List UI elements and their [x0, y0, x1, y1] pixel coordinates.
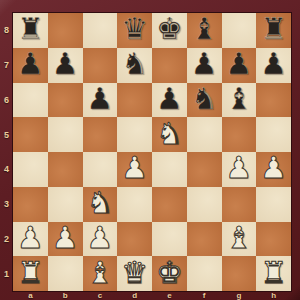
- square-h3[interactable]: [256, 187, 291, 222]
- square-f5[interactable]: [187, 117, 222, 152]
- square-e6[interactable]: ♟: [152, 83, 187, 118]
- square-c5[interactable]: [83, 117, 118, 152]
- square-a5[interactable]: [13, 117, 48, 152]
- square-d5[interactable]: [117, 117, 152, 152]
- square-e4[interactable]: [152, 152, 187, 187]
- square-e5[interactable]: ♞: [152, 117, 187, 152]
- square-a6[interactable]: [13, 83, 48, 118]
- square-g6[interactable]: ♝: [222, 83, 257, 118]
- square-f1[interactable]: [187, 256, 222, 291]
- piece-white-king[interactable]: ♚: [156, 256, 183, 289]
- square-e1[interactable]: ♚: [152, 256, 187, 291]
- rank-label-4: 4: [0, 152, 13, 187]
- square-c4[interactable]: [83, 152, 118, 187]
- file-label-b: b: [48, 290, 83, 300]
- rank-label-1: 1: [0, 256, 13, 291]
- file-label-d: d: [117, 290, 152, 300]
- piece-white-pawn[interactable]: ♟: [52, 222, 79, 255]
- piece-black-pawn[interactable]: ♟: [17, 48, 44, 81]
- square-b8[interactable]: [48, 13, 83, 48]
- square-c6[interactable]: ♟: [83, 83, 118, 118]
- square-d7[interactable]: ♞: [117, 48, 152, 83]
- piece-white-knight[interactable]: ♞: [156, 117, 183, 150]
- square-a4[interactable]: [13, 152, 48, 187]
- square-b1[interactable]: [48, 256, 83, 291]
- file-label-g: g: [222, 290, 257, 300]
- square-h4[interactable]: ♟: [256, 152, 291, 187]
- square-d4[interactable]: ♟: [117, 152, 152, 187]
- piece-black-rook[interactable]: ♜: [17, 13, 44, 46]
- square-b6[interactable]: [48, 83, 83, 118]
- piece-black-rook[interactable]: ♜: [260, 13, 287, 46]
- square-e2[interactable]: [152, 222, 187, 257]
- square-a8[interactable]: ♜: [13, 13, 48, 48]
- piece-black-pawn[interactable]: ♟: [52, 48, 79, 81]
- square-b3[interactable]: [48, 187, 83, 222]
- piece-black-pawn[interactable]: ♟: [86, 83, 113, 116]
- square-f8[interactable]: ♝: [187, 13, 222, 48]
- square-f6[interactable]: ♞: [187, 83, 222, 118]
- piece-white-pawn[interactable]: ♟: [225, 152, 252, 185]
- piece-white-bishop[interactable]: ♝: [86, 256, 113, 289]
- square-c3[interactable]: ♞: [83, 187, 118, 222]
- square-h8[interactable]: ♜: [256, 13, 291, 48]
- square-g2[interactable]: ♝: [222, 222, 257, 257]
- square-a3[interactable]: [13, 187, 48, 222]
- rank-label-3: 3: [0, 187, 13, 222]
- chess-board: ♜♛♚♝♜♟♟♞♟♟♟♟♟♞♝♞♟♟♟♞♟♟♟♝♜♝♛♚♜: [13, 13, 291, 291]
- square-d8[interactable]: ♛: [117, 13, 152, 48]
- piece-white-queen[interactable]: ♛: [121, 256, 148, 289]
- square-d3[interactable]: [117, 187, 152, 222]
- square-c1[interactable]: ♝: [83, 256, 118, 291]
- square-e3[interactable]: [152, 187, 187, 222]
- square-h6[interactable]: [256, 83, 291, 118]
- square-g4[interactable]: ♟: [222, 152, 257, 187]
- rank-label-8: 8: [0, 13, 13, 48]
- piece-white-pawn[interactable]: ♟: [260, 152, 287, 185]
- piece-white-knight[interactable]: ♞: [86, 187, 113, 220]
- square-d2[interactable]: [117, 222, 152, 257]
- file-label-f: f: [187, 290, 222, 300]
- square-g5[interactable]: [222, 117, 257, 152]
- square-b7[interactable]: ♟: [48, 48, 83, 83]
- square-e7[interactable]: [152, 48, 187, 83]
- board-frame: ♜♛♚♝♜♟♟♞♟♟♟♟♟♞♝♞♟♟♟♞♟♟♟♝♜♝♛♚♜ 87654321 a…: [0, 0, 300, 300]
- square-g1[interactable]: [222, 256, 257, 291]
- square-f7[interactable]: ♟: [187, 48, 222, 83]
- square-h1[interactable]: ♜: [256, 256, 291, 291]
- square-d1[interactable]: ♛: [117, 256, 152, 291]
- square-f3[interactable]: [187, 187, 222, 222]
- square-c7[interactable]: [83, 48, 118, 83]
- square-h2[interactable]: [256, 222, 291, 257]
- piece-black-king[interactable]: ♚: [156, 13, 183, 46]
- piece-white-pawn[interactable]: ♟: [121, 152, 148, 185]
- square-a1[interactable]: ♜: [13, 256, 48, 291]
- piece-white-pawn[interactable]: ♟: [86, 222, 113, 255]
- square-g7[interactable]: ♟: [222, 48, 257, 83]
- square-b5[interactable]: [48, 117, 83, 152]
- piece-white-bishop[interactable]: ♝: [225, 222, 252, 255]
- file-label-h: h: [256, 290, 291, 300]
- piece-black-queen[interactable]: ♛: [121, 13, 148, 46]
- square-f4[interactable]: [187, 152, 222, 187]
- square-c2[interactable]: ♟: [83, 222, 118, 257]
- piece-white-rook[interactable]: ♜: [260, 256, 287, 289]
- square-d6[interactable]: [117, 83, 152, 118]
- square-b2[interactable]: ♟: [48, 222, 83, 257]
- rank-label-6: 6: [0, 83, 13, 118]
- rank-label-5: 5: [0, 117, 13, 152]
- piece-black-knight[interactable]: ♞: [191, 83, 218, 116]
- piece-black-pawn[interactable]: ♟: [191, 48, 218, 81]
- rank-label-7: 7: [0, 48, 13, 83]
- square-a7[interactable]: ♟: [13, 48, 48, 83]
- square-c8[interactable]: [83, 13, 118, 48]
- file-label-c: c: [83, 290, 118, 300]
- rank-label-2: 2: [0, 222, 13, 257]
- square-h5[interactable]: [256, 117, 291, 152]
- piece-black-bishop[interactable]: ♝: [191, 13, 218, 46]
- piece-black-knight[interactable]: ♞: [121, 48, 148, 81]
- square-b4[interactable]: [48, 152, 83, 187]
- piece-black-bishop[interactable]: ♝: [225, 83, 252, 116]
- piece-black-pawn[interactable]: ♟: [156, 83, 183, 116]
- square-e8[interactable]: ♚: [152, 13, 187, 48]
- piece-white-pawn[interactable]: ♟: [17, 222, 44, 255]
- square-g3[interactable]: [222, 187, 257, 222]
- piece-black-pawn[interactable]: ♟: [260, 48, 287, 81]
- square-f2[interactable]: [187, 222, 222, 257]
- piece-black-pawn[interactable]: ♟: [225, 48, 252, 81]
- file-label-e: e: [152, 290, 187, 300]
- square-a2[interactable]: ♟: [13, 222, 48, 257]
- file-label-a: a: [13, 290, 48, 300]
- piece-white-rook[interactable]: ♜: [17, 256, 44, 289]
- square-g8[interactable]: [222, 13, 257, 48]
- square-h7[interactable]: ♟: [256, 48, 291, 83]
